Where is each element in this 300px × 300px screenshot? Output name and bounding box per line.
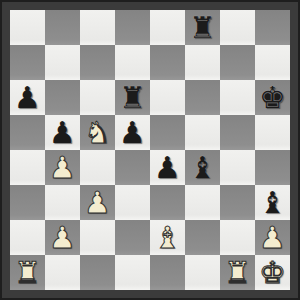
piece-black-pawn[interactable]: ♟: [154, 150, 181, 185]
square-h2[interactable]: ♟: [255, 220, 290, 255]
square-e1[interactable]: [150, 255, 185, 290]
piece-black-rook[interactable]: ♜: [189, 10, 216, 45]
square-e6[interactable]: [150, 80, 185, 115]
square-h6[interactable]: ♚: [255, 80, 290, 115]
square-h3[interactable]: ♝: [255, 185, 290, 220]
square-h5[interactable]: [255, 115, 290, 150]
square-b1[interactable]: [45, 255, 80, 290]
square-e4[interactable]: ♟: [150, 150, 185, 185]
piece-white-pawn[interactable]: ♟: [259, 220, 286, 255]
square-h4[interactable]: [255, 150, 290, 185]
piece-white-king[interactable]: ♚: [259, 255, 286, 290]
square-d3[interactable]: [115, 185, 150, 220]
square-g8[interactable]: [220, 10, 255, 45]
square-f1[interactable]: [185, 255, 220, 290]
square-a3[interactable]: [10, 185, 45, 220]
square-d1[interactable]: [115, 255, 150, 290]
square-f8[interactable]: ♜: [185, 10, 220, 45]
square-b2[interactable]: ♟: [45, 220, 80, 255]
square-a5[interactable]: [10, 115, 45, 150]
square-f4[interactable]: ♝: [185, 150, 220, 185]
square-g6[interactable]: [220, 80, 255, 115]
square-a7[interactable]: [10, 45, 45, 80]
piece-white-rook[interactable]: ♜: [224, 255, 251, 290]
piece-black-pawn[interactable]: ♟: [49, 115, 76, 150]
square-a6[interactable]: ♟: [10, 80, 45, 115]
piece-white-pawn[interactable]: ♟: [84, 185, 111, 220]
square-g3[interactable]: [220, 185, 255, 220]
square-c3[interactable]: ♟: [80, 185, 115, 220]
square-g2[interactable]: [220, 220, 255, 255]
square-e3[interactable]: [150, 185, 185, 220]
square-b3[interactable]: [45, 185, 80, 220]
square-b6[interactable]: [45, 80, 80, 115]
board-frame: ♜♟♜♚♟♞♟♟♟♝♟♝♟♝♟♜♜♚: [0, 0, 300, 300]
square-c7[interactable]: [80, 45, 115, 80]
square-d2[interactable]: [115, 220, 150, 255]
square-a8[interactable]: [10, 10, 45, 45]
piece-black-king[interactable]: ♚: [259, 80, 286, 115]
square-e7[interactable]: [150, 45, 185, 80]
piece-black-pawn[interactable]: ♟: [119, 115, 146, 150]
square-f2[interactable]: [185, 220, 220, 255]
square-d5[interactable]: ♟: [115, 115, 150, 150]
chess-board: ♜♟♜♚♟♞♟♟♟♝♟♝♟♝♟♜♜♚: [10, 10, 290, 290]
piece-white-bishop[interactable]: ♝: [154, 220, 181, 255]
square-b8[interactable]: [45, 10, 80, 45]
square-e8[interactable]: [150, 10, 185, 45]
square-c4[interactable]: [80, 150, 115, 185]
square-e5[interactable]: [150, 115, 185, 150]
square-f5[interactable]: [185, 115, 220, 150]
square-b4[interactable]: ♟: [45, 150, 80, 185]
square-h1[interactable]: ♚: [255, 255, 290, 290]
piece-white-knight[interactable]: ♞: [84, 115, 111, 150]
square-c1[interactable]: [80, 255, 115, 290]
square-d6[interactable]: ♜: [115, 80, 150, 115]
square-a2[interactable]: [10, 220, 45, 255]
square-h8[interactable]: [255, 10, 290, 45]
square-f6[interactable]: [185, 80, 220, 115]
square-g4[interactable]: [220, 150, 255, 185]
square-f3[interactable]: [185, 185, 220, 220]
square-d7[interactable]: [115, 45, 150, 80]
square-b7[interactable]: [45, 45, 80, 80]
square-d8[interactable]: [115, 10, 150, 45]
piece-white-pawn[interactable]: ♟: [49, 150, 76, 185]
square-d4[interactable]: [115, 150, 150, 185]
square-f7[interactable]: [185, 45, 220, 80]
square-c2[interactable]: [80, 220, 115, 255]
square-c6[interactable]: [80, 80, 115, 115]
square-c8[interactable]: [80, 10, 115, 45]
square-a1[interactable]: ♜: [10, 255, 45, 290]
square-g5[interactable]: [220, 115, 255, 150]
piece-black-bishop[interactable]: ♝: [259, 185, 286, 220]
square-g1[interactable]: ♜: [220, 255, 255, 290]
square-g7[interactable]: [220, 45, 255, 80]
square-b5[interactable]: ♟: [45, 115, 80, 150]
square-a4[interactable]: [10, 150, 45, 185]
square-h7[interactable]: [255, 45, 290, 80]
square-c5[interactable]: ♞: [80, 115, 115, 150]
piece-black-rook[interactable]: ♜: [119, 80, 146, 115]
piece-black-pawn[interactable]: ♟: [14, 80, 41, 115]
piece-white-rook[interactable]: ♜: [14, 255, 41, 290]
square-e2[interactable]: ♝: [150, 220, 185, 255]
piece-black-bishop[interactable]: ♝: [189, 150, 216, 185]
piece-white-pawn[interactable]: ♟: [49, 220, 76, 255]
